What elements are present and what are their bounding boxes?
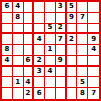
cell-r1c2[interactable]: 4 [13,2,24,13]
cell-r4c7[interactable]: 2 [67,34,78,45]
cell-r7c7[interactable] [67,67,78,78]
cell-r4c2[interactable] [13,34,24,45]
cell-r5c8[interactable] [77,45,88,56]
cell-r3c9[interactable] [88,24,99,35]
cell-r1c8[interactable] [77,2,88,13]
cell-r5c1[interactable]: 8 [2,45,13,56]
cell-r4c4[interactable]: 4 [34,34,45,45]
cell-r5c7[interactable] [67,45,78,56]
cell-r5c9[interactable]: 4 [88,45,99,56]
cell-r1c4[interactable] [34,2,45,13]
cell-r2c1[interactable] [2,13,13,24]
cell-r8c9[interactable] [88,77,99,88]
cell-r6c6[interactable]: 9 [56,56,67,67]
cell-r1c3[interactable] [24,2,35,13]
cell-r8c5[interactable] [45,77,56,88]
cell-r6c7[interactable] [67,56,78,67]
cell-r6c5[interactable] [45,56,56,67]
cell-r4c3[interactable] [24,34,35,45]
cell-r3c8[interactable] [77,24,88,35]
cell-r2c6[interactable] [56,13,67,24]
cell-r1c7[interactable]: 5 [67,2,78,13]
cell-r4c9[interactable]: 9 [88,34,99,45]
cell-r7c9[interactable] [88,67,99,78]
cell-r8c4[interactable] [34,77,45,88]
cell-r1c9[interactable] [88,2,99,13]
cell-r3c1[interactable] [2,24,13,35]
cell-r7c5[interactable]: 4 [45,67,56,78]
cell-r4c5[interactable] [45,34,56,45]
cell-r2c3[interactable] [24,13,35,24]
cell-r7c4[interactable]: 3 [34,67,45,78]
cell-r1c6[interactable]: 3 [56,2,67,13]
cell-r3c2[interactable] [13,24,24,35]
cell-r6c9[interactable] [88,56,99,67]
cell-r5c6[interactable] [56,45,67,56]
cell-r3c3[interactable] [24,24,35,35]
cell-r5c2[interactable] [13,45,24,56]
cell-r7c3[interactable] [24,67,35,78]
cell-r9c6[interactable] [56,88,67,99]
cell-r8c3[interactable]: 4 [24,77,35,88]
cell-r9c5[interactable] [45,88,56,99]
cell-r4c6[interactable]: 7 [56,34,67,45]
cell-r3c6[interactable]: 2 [56,24,67,35]
cell-r2c2[interactable]: 8 [13,13,24,24]
cell-r5c5[interactable]: 1 [45,45,56,56]
cell-r3c7[interactable] [67,24,78,35]
cell-r6c1[interactable]: 4 [2,56,13,67]
cell-r9c7[interactable] [67,88,78,99]
cell-r3c4[interactable] [34,24,45,35]
cell-r9c1[interactable] [2,88,13,99]
cell-r4c8[interactable] [77,34,88,45]
cell-r6c2[interactable] [13,56,24,67]
cell-r7c6[interactable] [56,67,67,78]
cell-r7c1[interactable] [2,67,13,78]
cell-r7c8[interactable] [77,67,88,78]
cell-r8c8[interactable]: 5 [77,77,88,88]
cell-r8c2[interactable]: 1 [13,77,24,88]
cell-r6c3[interactable]: 6 [24,56,35,67]
cell-r9c9[interactable]: 7 [88,88,99,99]
cell-r2c7[interactable]: 9 [67,13,78,24]
cell-r6c4[interactable]: 2 [34,56,45,67]
cell-r2c4[interactable] [34,13,45,24]
cell-r2c5[interactable] [45,13,56,24]
cell-r9c3[interactable]: 2 [24,88,35,99]
cell-r1c1[interactable]: 6 [2,2,13,13]
cell-r3c5[interactable]: 5 [45,24,56,35]
cell-r5c3[interactable] [24,45,35,56]
cell-r8c7[interactable] [67,77,78,88]
cell-r6c8[interactable] [77,56,88,67]
cell-r5c4[interactable] [34,45,45,56]
cell-r9c8[interactable]: 8 [77,88,88,99]
cell-r2c9[interactable] [88,13,99,24]
cell-r8c6[interactable] [56,77,67,88]
sudoku-board: 64358975247298144629341452687 [0,0,101,101]
cell-r1c5[interactable] [45,2,56,13]
cell-r4c1[interactable] [2,34,13,45]
cell-r8c1[interactable] [2,77,13,88]
cell-r2c8[interactable]: 7 [77,13,88,24]
cell-r7c2[interactable] [13,67,24,78]
cell-r9c4[interactable]: 6 [34,88,45,99]
cell-r9c2[interactable] [13,88,24,99]
